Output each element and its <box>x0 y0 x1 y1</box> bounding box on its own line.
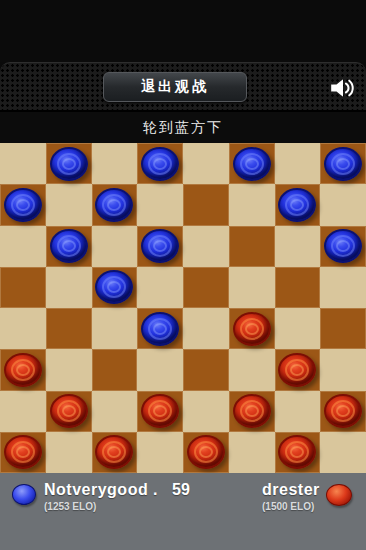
red-piece[interactable] <box>233 394 271 428</box>
square-r5c8[interactable] <box>320 308 366 349</box>
square-r6c1[interactable] <box>0 349 46 390</box>
square-r3c2[interactable] <box>46 226 92 267</box>
square-r1c7 <box>275 143 321 184</box>
square-r7c8[interactable] <box>320 391 366 432</box>
square-r4c7[interactable] <box>275 267 321 308</box>
square-r4c2 <box>46 267 92 308</box>
blue-piece[interactable] <box>50 147 88 181</box>
square-r3c1 <box>0 226 46 267</box>
square-r6c4 <box>137 349 183 390</box>
turn-indicator-bar: 轮到蓝方下 <box>0 112 366 143</box>
blue-piece[interactable] <box>278 188 316 222</box>
square-r8c2 <box>46 432 92 473</box>
blue-piece[interactable] <box>4 188 42 222</box>
blue-piece[interactable] <box>50 229 88 263</box>
red-piece[interactable] <box>50 394 88 428</box>
blue-player-timer: 59 <box>172 481 190 499</box>
square-r5c7 <box>275 308 321 349</box>
square-r5c3 <box>92 308 138 349</box>
blue-piece[interactable] <box>233 147 271 181</box>
square-r8c4 <box>137 432 183 473</box>
square-r7c1 <box>0 391 46 432</box>
square-r2c6 <box>229 184 275 225</box>
blue-piece[interactable] <box>141 147 179 181</box>
square-r6c7[interactable] <box>275 349 321 390</box>
square-r4c6 <box>229 267 275 308</box>
toolbar: 退出观战 <box>0 62 366 112</box>
red-piece[interactable] <box>4 435 42 469</box>
square-r2c3[interactable] <box>92 184 138 225</box>
square-r4c5[interactable] <box>183 267 229 308</box>
red-piece[interactable] <box>278 353 316 387</box>
square-r8c5[interactable] <box>183 432 229 473</box>
square-r8c8 <box>320 432 366 473</box>
app-screen: 退出观战 轮到蓝方下 Notverygood . (1253 ELO) 59 d… <box>0 0 366 550</box>
blue-player-info: Notverygood . (1253 ELO) <box>44 481 158 512</box>
square-r1c8[interactable] <box>320 143 366 184</box>
player-bar: Notverygood . (1253 ELO) 59 drester (150… <box>0 473 366 550</box>
red-piece[interactable] <box>233 312 271 346</box>
square-r2c1[interactable] <box>0 184 46 225</box>
square-r4c1[interactable] <box>0 267 46 308</box>
blue-piece[interactable] <box>95 270 133 304</box>
square-r6c8 <box>320 349 366 390</box>
red-player-piece-icon <box>326 484 352 506</box>
square-r3c3 <box>92 226 138 267</box>
square-r5c5 <box>183 308 229 349</box>
square-r7c3 <box>92 391 138 432</box>
square-r3c8[interactable] <box>320 226 366 267</box>
red-piece[interactable] <box>187 435 225 469</box>
square-r2c5[interactable] <box>183 184 229 225</box>
turn-text: 轮到蓝方下 <box>143 119 223 137</box>
red-player-elo: (1500 ELO) <box>262 501 320 512</box>
checkers-board <box>0 143 366 473</box>
square-r3c4[interactable] <box>137 226 183 267</box>
square-r2c8 <box>320 184 366 225</box>
red-player-name: drester <box>262 481 320 499</box>
blue-player-elo: (1253 ELO) <box>44 501 158 512</box>
blue-piece[interactable] <box>95 188 133 222</box>
red-piece[interactable] <box>278 435 316 469</box>
square-r2c7[interactable] <box>275 184 321 225</box>
square-r8c7[interactable] <box>275 432 321 473</box>
square-r8c6 <box>229 432 275 473</box>
square-r7c6[interactable] <box>229 391 275 432</box>
square-r2c2 <box>46 184 92 225</box>
square-r1c2[interactable] <box>46 143 92 184</box>
blue-piece[interactable] <box>324 229 362 263</box>
red-player-info: drester (1500 ELO) <box>262 481 320 512</box>
square-r7c4[interactable] <box>137 391 183 432</box>
square-r4c8 <box>320 267 366 308</box>
square-r5c2[interactable] <box>46 308 92 349</box>
square-r6c5[interactable] <box>183 349 229 390</box>
square-r8c1[interactable] <box>0 432 46 473</box>
square-r3c6[interactable] <box>229 226 275 267</box>
square-r1c3 <box>92 143 138 184</box>
square-r1c4[interactable] <box>137 143 183 184</box>
blue-piece[interactable] <box>141 229 179 263</box>
square-r1c1 <box>0 143 46 184</box>
exit-spectate-button[interactable]: 退出观战 <box>103 72 247 102</box>
square-r2c4 <box>137 184 183 225</box>
square-r7c5 <box>183 391 229 432</box>
square-r7c2[interactable] <box>46 391 92 432</box>
square-r6c6 <box>229 349 275 390</box>
square-r4c4 <box>137 267 183 308</box>
square-r3c7 <box>275 226 321 267</box>
blue-player-name: Notverygood . <box>44 481 158 499</box>
blue-piece[interactable] <box>141 312 179 346</box>
square-r1c5 <box>183 143 229 184</box>
red-piece[interactable] <box>4 353 42 387</box>
top-black-area <box>0 0 366 62</box>
square-r5c1 <box>0 308 46 349</box>
speaker-volume-icon[interactable] <box>328 75 358 101</box>
square-r1c6[interactable] <box>229 143 275 184</box>
square-r6c3[interactable] <box>92 349 138 390</box>
square-r3c5 <box>183 226 229 267</box>
square-r8c3[interactable] <box>92 432 138 473</box>
square-r5c4[interactable] <box>137 308 183 349</box>
red-piece[interactable] <box>95 435 133 469</box>
square-r5c6[interactable] <box>229 308 275 349</box>
square-r7c7 <box>275 391 321 432</box>
red-piece[interactable] <box>324 394 362 428</box>
blue-piece[interactable] <box>324 147 362 181</box>
blue-player-piece-icon <box>12 484 36 505</box>
red-piece[interactable] <box>141 394 179 428</box>
square-r4c3[interactable] <box>92 267 138 308</box>
square-r6c2 <box>46 349 92 390</box>
